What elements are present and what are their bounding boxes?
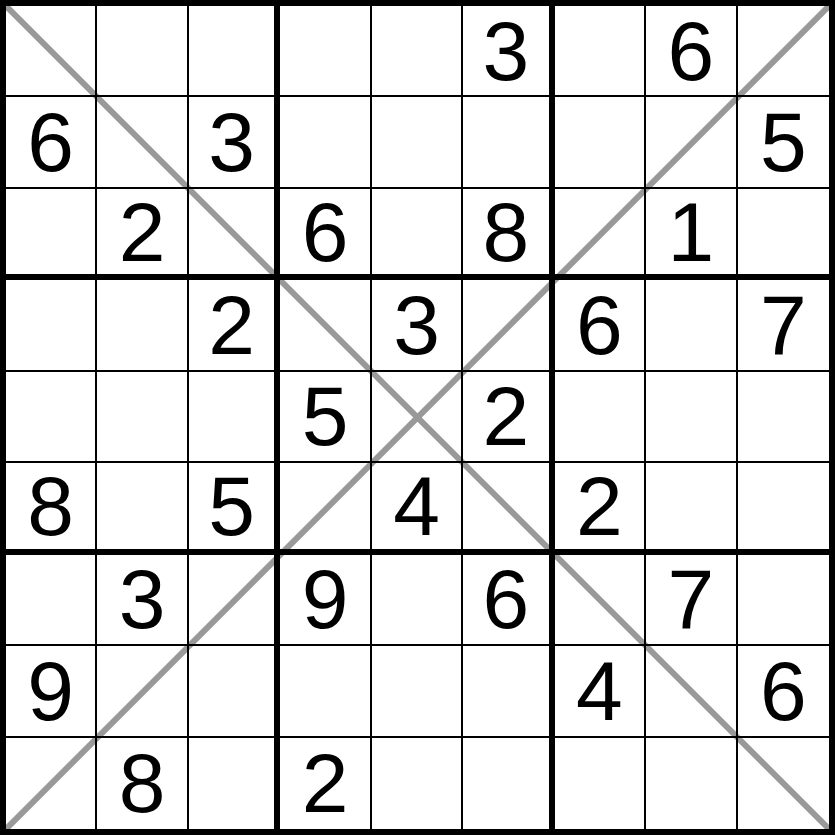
cell-r9c9[interactable] [738,738,829,829]
cell-r4c7[interactable]: 6 [555,280,646,371]
cell-r1c3[interactable] [189,6,280,97]
cell-r1c8[interactable]: 6 [646,6,737,97]
sudoku-board: 3663526812367528542396794682 [0,0,835,835]
cell-r4c5[interactable]: 3 [372,280,463,371]
cell-r5c3[interactable] [189,372,280,463]
cell-r3c3[interactable] [189,189,280,280]
cell-r5c5[interactable] [372,372,463,463]
cell-r7c7[interactable] [555,555,646,646]
cell-r6c2[interactable] [97,463,188,554]
cell-r2c4[interactable] [280,97,371,188]
cell-r3c1[interactable] [6,189,97,280]
cell-r5c4[interactable]: 5 [280,372,371,463]
cell-r3c9[interactable] [738,189,829,280]
cell-r1c9[interactable] [738,6,829,97]
cell-r6c1[interactable]: 8 [6,463,97,554]
cell-r4c2[interactable] [97,280,188,371]
cell-r9c4[interactable]: 2 [280,738,371,829]
cell-r8c6[interactable] [463,646,554,737]
cell-r8c9[interactable]: 6 [738,646,829,737]
cell-r3c7[interactable] [555,189,646,280]
cell-r9c1[interactable] [6,738,97,829]
cell-r3c4[interactable]: 6 [280,189,371,280]
cell-r1c7[interactable] [555,6,646,97]
cell-r1c6[interactable]: 3 [463,6,554,97]
cell-r3c6[interactable]: 8 [463,189,554,280]
cell-r5c7[interactable] [555,372,646,463]
cell-r7c4[interactable]: 9 [280,555,371,646]
cell-r5c2[interactable] [97,372,188,463]
cell-r1c1[interactable] [6,6,97,97]
sudoku-grid: 3663526812367528542396794682 [6,6,829,829]
cell-r4c1[interactable] [6,280,97,371]
cell-r5c1[interactable] [6,372,97,463]
cell-r4c8[interactable] [646,280,737,371]
cell-r6c7[interactable]: 2 [555,463,646,554]
cell-r1c4[interactable] [280,6,371,97]
cell-r4c3[interactable]: 2 [189,280,280,371]
cell-r8c3[interactable] [189,646,280,737]
cell-r9c2[interactable]: 8 [97,738,188,829]
cell-r5c9[interactable] [738,372,829,463]
cell-r9c7[interactable] [555,738,646,829]
cell-r6c6[interactable] [463,463,554,554]
cell-r9c5[interactable] [372,738,463,829]
cell-r8c7[interactable]: 4 [555,646,646,737]
cell-r2c5[interactable] [372,97,463,188]
cell-r7c9[interactable] [738,555,829,646]
cell-r2c9[interactable]: 5 [738,97,829,188]
cell-r6c9[interactable] [738,463,829,554]
cell-r2c1[interactable]: 6 [6,97,97,188]
cell-r4c6[interactable] [463,280,554,371]
cell-r7c3[interactable] [189,555,280,646]
cell-r9c6[interactable] [463,738,554,829]
cell-r3c5[interactable] [372,189,463,280]
cell-r6c4[interactable] [280,463,371,554]
cell-r6c3[interactable]: 5 [189,463,280,554]
cell-r1c2[interactable] [97,6,188,97]
cell-r3c8[interactable]: 1 [646,189,737,280]
cell-r7c2[interactable]: 3 [97,555,188,646]
cell-r5c6[interactable]: 2 [463,372,554,463]
cell-r9c3[interactable] [189,738,280,829]
cell-r2c2[interactable] [97,97,188,188]
cell-r8c8[interactable] [646,646,737,737]
cell-r3c2[interactable]: 2 [97,189,188,280]
cell-r8c5[interactable] [372,646,463,737]
cell-r8c2[interactable] [97,646,188,737]
cell-r7c1[interactable] [6,555,97,646]
cell-r6c8[interactable] [646,463,737,554]
cell-r5c8[interactable] [646,372,737,463]
cell-r4c4[interactable] [280,280,371,371]
cell-r6c5[interactable]: 4 [372,463,463,554]
cell-r9c8[interactable] [646,738,737,829]
cell-r8c4[interactable] [280,646,371,737]
cell-r2c6[interactable] [463,97,554,188]
cell-r7c5[interactable] [372,555,463,646]
cell-r2c7[interactable] [555,97,646,188]
cell-r4c9[interactable]: 7 [738,280,829,371]
cell-r2c8[interactable] [646,97,737,188]
cell-r7c6[interactable]: 6 [463,555,554,646]
cell-r8c1[interactable]: 9 [6,646,97,737]
cell-r2c3[interactable]: 3 [189,97,280,188]
cell-r7c8[interactable]: 7 [646,555,737,646]
cell-r1c5[interactable] [372,6,463,97]
